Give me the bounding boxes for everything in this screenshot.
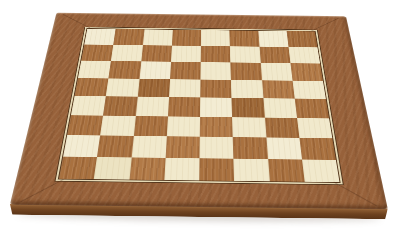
square-c7[interactable] [141,45,172,62]
square-h3[interactable] [297,118,333,139]
square-h2[interactable] [299,138,336,160]
square-c3[interactable] [133,116,167,137]
square-e5[interactable] [200,79,231,98]
chess-board-squares [58,28,341,183]
square-b3[interactable] [100,115,135,136]
square-d7[interactable] [171,45,201,62]
square-a2[interactable] [63,135,100,157]
square-g5[interactable] [262,80,295,99]
square-h8[interactable] [286,31,317,47]
square-d1[interactable] [164,158,199,181]
frame-miter-joint [63,14,92,28]
square-f4[interactable] [232,98,265,117]
square-b7[interactable] [111,45,143,62]
square-f7[interactable] [230,46,260,63]
square-e3[interactable] [200,117,233,138]
square-c6[interactable] [139,61,171,79]
square-a3[interactable] [67,115,103,136]
square-g6[interactable] [260,63,292,81]
board-perspective-wrapper [0,0,400,230]
frame-miter-joint [334,182,378,207]
square-d8[interactable] [172,30,201,46]
square-a6[interactable] [78,61,111,79]
square-b8[interactable] [113,29,144,45]
square-f5[interactable] [231,80,263,99]
square-a8[interactable] [84,29,115,45]
square-b5[interactable] [106,78,139,96]
square-g4[interactable] [263,98,297,118]
photo-canvas [0,0,400,230]
square-a7[interactable] [81,44,113,61]
square-d3[interactable] [167,116,200,137]
square-g8[interactable] [258,31,288,47]
square-e4[interactable] [200,97,232,116]
square-b4[interactable] [103,96,137,115]
square-e6[interactable] [200,62,231,80]
square-e7[interactable] [201,46,231,63]
square-h4[interactable] [294,99,329,119]
square-c8[interactable] [143,29,173,45]
square-a4[interactable] [71,96,106,115]
square-e1[interactable] [199,158,234,181]
square-d2[interactable] [165,136,199,158]
square-a1[interactable] [59,156,97,179]
square-b2[interactable] [97,135,133,157]
square-f8[interactable] [229,30,259,46]
square-c2[interactable] [131,136,166,158]
chess-board-frame [10,13,388,210]
square-f6[interactable] [231,62,262,80]
square-g2[interactable] [266,137,302,159]
square-h7[interactable] [288,47,320,64]
square-d6[interactable] [170,62,201,80]
square-h1[interactable] [302,159,340,182]
inlay-border [54,27,343,185]
square-b6[interactable] [109,61,141,79]
square-c5[interactable] [137,79,169,97]
square-f1[interactable] [234,158,270,181]
square-e2[interactable] [199,137,233,159]
frame-miter-joint [311,18,340,32]
square-c1[interactable] [129,157,165,180]
square-f3[interactable] [232,117,266,138]
square-f2[interactable] [233,137,268,159]
square-h6[interactable] [290,63,323,81]
square-a5[interactable] [75,78,109,96]
square-d4[interactable] [168,97,200,116]
square-e8[interactable] [201,30,230,46]
square-g7[interactable] [259,46,290,63]
square-d5[interactable] [169,79,201,97]
square-g3[interactable] [265,117,300,138]
square-b1[interactable] [94,157,131,180]
square-c4[interactable] [135,97,168,116]
square-g1[interactable] [268,159,305,182]
square-h5[interactable] [292,80,326,99]
frame-miter-joint [20,179,64,202]
